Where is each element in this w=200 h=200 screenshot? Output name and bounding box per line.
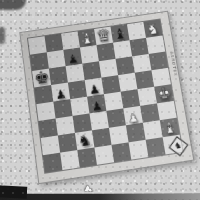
black-bishop-f8[interactable]: ♝ <box>113 26 128 42</box>
square-e8[interactable]: ♛ <box>94 27 113 45</box>
white-queen-e8[interactable]: ♛ <box>95 27 112 45</box>
black-pawn-d5[interactable]: ♟ <box>88 83 100 96</box>
square-a6[interactable]: ♚ <box>32 69 51 88</box>
chessboard-photo-scene: ♝♛♝♞♟♚♟♟♟♚♟♞♝ AEROTEX ♞ ♟ <box>0 0 200 200</box>
black-knight-c2[interactable]: ♞ <box>77 133 93 150</box>
chess-board: ♝♛♝♞♟♚♟♟♟♚♟♞♝ AEROTEX ♞ <box>19 11 194 185</box>
white-knight-h8[interactable]: ♞ <box>145 22 160 38</box>
knight-emblem-icon: ♞ <box>174 142 183 151</box>
square-h4[interactable]: ♚ <box>154 84 174 103</box>
square-a1[interactable] <box>43 153 63 173</box>
black-pawn-b5[interactable]: ♟ <box>55 88 67 101</box>
square-h2[interactable]: ♝ <box>160 118 180 138</box>
white-pawn-f3[interactable]: ♟ <box>127 111 140 125</box>
photo-dark-corner-bottom-left <box>0 185 27 199</box>
black-pawn-c7[interactable]: ♟ <box>67 53 79 66</box>
white-king-h4[interactable]: ♚ <box>155 84 173 103</box>
black-pawn-d4[interactable]: ♟ <box>91 100 103 113</box>
photo-dark-corner-top-left <box>0 0 26 10</box>
board-grid: ♝♛♝♞♟♚♟♟♟♚♟♞♝ <box>28 20 183 173</box>
black-king-a6[interactable]: ♚ <box>33 69 50 88</box>
photo-dark-spot-left <box>0 27 5 44</box>
square-h8[interactable]: ♞ <box>143 20 162 38</box>
white-bishop-h2[interactable]: ♝ <box>162 120 178 137</box>
white-bishop-d8[interactable]: ♝ <box>80 31 95 47</box>
board-playing-area: ♝♛♝♞♟♚♟♟♟♚♟♞♝ <box>27 18 184 173</box>
table-edge-shadow <box>0 194 200 200</box>
